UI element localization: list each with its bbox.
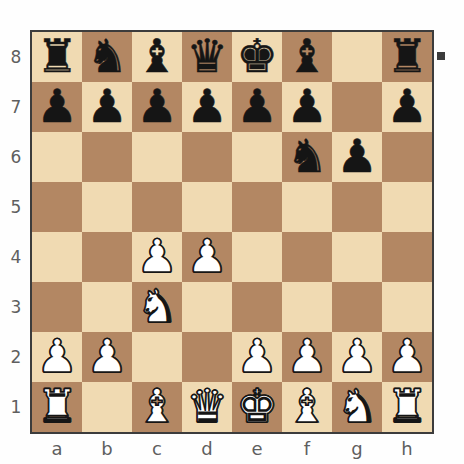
white-pawn[interactable]: ♟ — [186, 233, 227, 279]
square-d3[interactable] — [182, 282, 232, 332]
square-e2[interactable]: ♟ — [232, 332, 282, 382]
white-knight[interactable]: ♞ — [136, 283, 177, 329]
square-c1[interactable]: ♝ — [132, 382, 182, 432]
rank-label-2: 2 — [5, 332, 27, 382]
square-e1[interactable]: ♚ — [232, 382, 282, 432]
white-rook[interactable]: ♜ — [386, 383, 427, 429]
white-bishop[interactable]: ♝ — [286, 383, 327, 429]
black-pawn[interactable]: ♟ — [36, 83, 77, 129]
white-pawn[interactable]: ♟ — [86, 333, 127, 379]
square-g2[interactable]: ♟ — [332, 332, 382, 382]
square-g1[interactable]: ♞ — [332, 382, 382, 432]
square-h3[interactable] — [382, 282, 432, 332]
rank-label-6: 6 — [5, 132, 27, 182]
square-f5[interactable] — [282, 182, 332, 232]
square-f4[interactable] — [282, 232, 332, 282]
square-a4[interactable] — [32, 232, 82, 282]
square-h6[interactable] — [382, 132, 432, 182]
rank-label-3: 3 — [5, 282, 27, 332]
white-king[interactable]: ♚ — [236, 383, 277, 429]
rank-label-4: 4 — [5, 232, 27, 282]
chess-diagram-page: 87654321 abcdefgh ♜♞♝♛♚♝♜♟♟♟♟♟♟♟♞♟♟♟♞♟♟♟… — [0, 0, 464, 464]
square-d1[interactable]: ♛ — [182, 382, 232, 432]
square-e8[interactable]: ♚ — [232, 32, 282, 82]
white-bishop[interactable]: ♝ — [136, 383, 177, 429]
move-indicator — [437, 52, 445, 60]
square-a7[interactable]: ♟ — [32, 82, 82, 132]
black-queen[interactable]: ♛ — [186, 33, 227, 79]
black-bishop[interactable]: ♝ — [286, 33, 327, 79]
square-g5[interactable] — [332, 182, 382, 232]
square-d2[interactable] — [182, 332, 232, 382]
square-e3[interactable] — [232, 282, 282, 332]
black-pawn[interactable]: ♟ — [236, 83, 277, 129]
white-queen[interactable]: ♛ — [186, 383, 227, 429]
square-a2[interactable]: ♟ — [32, 332, 82, 382]
square-d5[interactable] — [182, 182, 232, 232]
square-h4[interactable] — [382, 232, 432, 282]
white-pawn[interactable]: ♟ — [286, 333, 327, 379]
black-pawn[interactable]: ♟ — [286, 83, 327, 129]
square-b7[interactable]: ♟ — [82, 82, 132, 132]
square-c4[interactable]: ♟ — [132, 232, 182, 282]
square-b1[interactable] — [82, 382, 132, 432]
square-b2[interactable]: ♟ — [82, 332, 132, 382]
square-a8[interactable]: ♜ — [32, 32, 82, 82]
square-b5[interactable] — [82, 182, 132, 232]
rank-label-8: 8 — [5, 32, 27, 82]
rank-label-1: 1 — [5, 382, 27, 432]
square-d7[interactable]: ♟ — [182, 82, 232, 132]
square-g8[interactable] — [332, 32, 382, 82]
square-f8[interactable]: ♝ — [282, 32, 332, 82]
black-pawn[interactable]: ♟ — [136, 83, 177, 129]
square-h1[interactable]: ♜ — [382, 382, 432, 432]
square-h8[interactable]: ♜ — [382, 32, 432, 82]
square-c2[interactable] — [132, 332, 182, 382]
square-c3[interactable]: ♞ — [132, 282, 182, 332]
square-h7[interactable]: ♟ — [382, 82, 432, 132]
black-knight[interactable]: ♞ — [86, 33, 127, 79]
square-d6[interactable] — [182, 132, 232, 182]
chess-board: ♜♞♝♛♚♝♜♟♟♟♟♟♟♟♞♟♟♟♞♟♟♟♟♟♟♜♝♛♚♝♞♜ — [30, 30, 434, 434]
square-g6[interactable]: ♟ — [332, 132, 382, 182]
rank-label-7: 7 — [5, 82, 27, 132]
square-f2[interactable]: ♟ — [282, 332, 332, 382]
square-b4[interactable] — [82, 232, 132, 282]
square-e6[interactable] — [232, 132, 282, 182]
square-a5[interactable] — [32, 182, 82, 232]
black-bishop[interactable]: ♝ — [136, 33, 177, 79]
square-e5[interactable] — [232, 182, 282, 232]
square-e7[interactable]: ♟ — [232, 82, 282, 132]
square-c7[interactable]: ♟ — [132, 82, 182, 132]
black-knight[interactable]: ♞ — [286, 133, 327, 179]
black-rook[interactable]: ♜ — [386, 33, 427, 79]
file-label-c: c — [132, 437, 182, 461]
square-c8[interactable]: ♝ — [132, 32, 182, 82]
square-f7[interactable]: ♟ — [282, 82, 332, 132]
white-pawn[interactable]: ♟ — [236, 333, 277, 379]
black-pawn[interactable]: ♟ — [386, 83, 427, 129]
square-h2[interactable]: ♟ — [382, 332, 432, 382]
square-a6[interactable] — [32, 132, 82, 182]
square-a3[interactable] — [32, 282, 82, 332]
square-g4[interactable] — [332, 232, 382, 282]
black-pawn[interactable]: ♟ — [86, 83, 127, 129]
black-king[interactable]: ♚ — [236, 33, 277, 79]
white-knight[interactable]: ♞ — [336, 383, 377, 429]
square-f1[interactable]: ♝ — [282, 382, 332, 432]
file-label-a: a — [32, 437, 82, 461]
square-g7[interactable] — [332, 82, 382, 132]
square-c6[interactable] — [132, 132, 182, 182]
file-label-b: b — [82, 437, 132, 461]
square-d4[interactable]: ♟ — [182, 232, 232, 282]
black-pawn[interactable]: ♟ — [186, 83, 227, 129]
square-d8[interactable]: ♛ — [182, 32, 232, 82]
square-b6[interactable] — [82, 132, 132, 182]
white-pawn[interactable]: ♟ — [386, 333, 427, 379]
square-h5[interactable] — [382, 182, 432, 232]
rank-label-5: 5 — [5, 182, 27, 232]
square-g3[interactable] — [332, 282, 382, 332]
square-b8[interactable]: ♞ — [82, 32, 132, 82]
black-pawn[interactable]: ♟ — [336, 133, 377, 179]
file-label-e: e — [232, 437, 282, 461]
file-label-d: d — [182, 437, 232, 461]
white-rook[interactable]: ♜ — [36, 383, 77, 429]
file-label-f: f — [282, 437, 332, 461]
file-label-g: g — [332, 437, 382, 461]
square-a1[interactable]: ♜ — [32, 382, 82, 432]
square-c5[interactable] — [132, 182, 182, 232]
white-pawn[interactable]: ♟ — [36, 333, 77, 379]
white-pawn[interactable]: ♟ — [336, 333, 377, 379]
square-f6[interactable]: ♞ — [282, 132, 332, 182]
square-f3[interactable] — [282, 282, 332, 332]
black-rook[interactable]: ♜ — [36, 33, 77, 79]
square-e4[interactable] — [232, 232, 282, 282]
white-pawn[interactable]: ♟ — [136, 233, 177, 279]
square-b3[interactable] — [82, 282, 132, 332]
file-label-h: h — [382, 437, 432, 461]
